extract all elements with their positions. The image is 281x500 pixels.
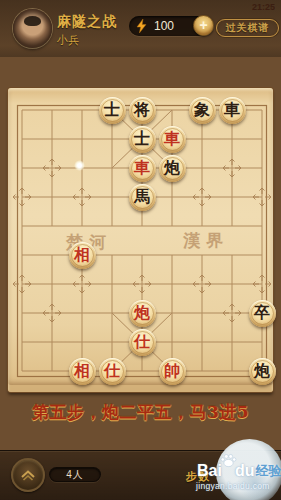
piece-red[interactable]: 車 [159,126,186,153]
piece-red[interactable]: 仕 [129,329,156,356]
piece-black[interactable]: 炮 [249,358,276,385]
chevron-up-icon [20,469,36,482]
piece-red[interactable]: 帥 [159,358,186,385]
piece-black[interactable]: 車 [219,97,246,124]
avatar[interactable] [13,9,52,48]
watermark-brand-right: du [235,462,255,480]
sparkle-effect [74,160,85,171]
energy-value: 100 [154,19,174,33]
river-text-right: 漢界 [182,230,229,250]
piece-black[interactable]: 将 [129,97,156,124]
piece-red[interactable]: 相 [69,358,96,385]
lightning-icon [136,19,147,37]
clock-time: 21:25 [252,2,275,12]
watermark-brand-left: Bai [197,462,222,480]
guide-button[interactable]: 过关棋谱 [216,19,279,37]
piece-black[interactable]: 卒 [249,300,276,327]
piece-red[interactable]: 炮 [129,300,156,327]
piece-red[interactable]: 仕 [99,358,126,385]
app-screen: 21:25 麻隧之战 小兵 100 + 过关棋谱 [0,0,281,500]
watermark-url: jingyan.baidu.com [196,481,270,491]
piece-red[interactable]: 相 [69,242,96,269]
move-caption: 第五步，炮二平五，马3进5 [0,401,281,424]
watermark-brand-cn: 经验 [255,462,281,480]
energy-plus-button[interactable]: + [193,15,214,36]
piece-black[interactable]: 炮 [159,155,186,182]
piece-black[interactable]: 士 [99,97,126,124]
piece-red[interactable]: 車 [129,155,156,182]
watermark-brand: Bai du 经验 [197,459,281,480]
rank-label: 小兵 [57,33,79,48]
chevron-up-button[interactable] [11,458,45,492]
piece-black[interactable]: 象 [189,97,216,124]
piece-black[interactable]: 士 [129,126,156,153]
piece-black[interactable]: 馬 [129,184,156,211]
players-count-pill[interactable]: 4人 [49,467,101,482]
battle-title: 麻隧之战 [57,13,117,31]
paw-icon [220,452,237,473]
